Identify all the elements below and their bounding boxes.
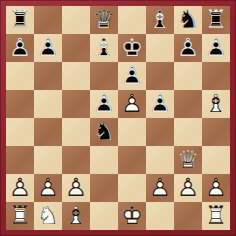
square-c7[interactable] — [62, 34, 90, 62]
square-b2[interactable]: ♟♙ — [34, 174, 62, 202]
square-d5[interactable]: ♟♙ — [90, 90, 118, 118]
bishop-glyph-outline: ♗ — [202, 90, 230, 118]
square-b7[interactable]: ♟♙ — [34, 34, 62, 62]
rook-glyph-outline: ♖ — [202, 202, 230, 230]
pawn-glyph-outline: ♙ — [90, 90, 118, 118]
bishop-glyph-outline: ♗ — [146, 6, 174, 34]
square-c2[interactable]: ♟♙ — [62, 174, 90, 202]
piece-black-rook-a8[interactable]: ♜♖ — [6, 6, 34, 34]
square-h1[interactable]: ♜♖ — [202, 202, 230, 230]
piece-black-pawn-e6[interactable]: ♟♙ — [118, 62, 146, 90]
rook-glyph-outline: ♖ — [202, 6, 230, 34]
pawn-glyph-outline: ♙ — [174, 34, 202, 62]
square-e1[interactable]: ♚♔ — [118, 202, 146, 230]
piece-white-pawn-a2[interactable]: ♟♙ — [6, 174, 34, 202]
chess-board-frame: ♜♖♛♕♝♗♞♘♜♖♟♙♟♙♝♗♚♔♟♙♟♙♟♙♟♙♟♙♟♙♝♗♞♘♛♕♟♙♟♙… — [0, 0, 236, 236]
piece-white-pawn-g2[interactable]: ♟♙ — [174, 174, 202, 202]
square-h7[interactable]: ♟♙ — [202, 34, 230, 62]
square-b8[interactable] — [34, 6, 62, 34]
piece-black-pawn-a7[interactable]: ♟♙ — [6, 34, 34, 62]
pawn-glyph-outline: ♙ — [118, 62, 146, 90]
piece-white-queen-g3[interactable]: ♛♕ — [174, 146, 202, 174]
piece-white-rook-h1[interactable]: ♜♖ — [202, 202, 230, 230]
piece-white-rook-a1[interactable]: ♜♖ — [6, 202, 34, 230]
square-b1[interactable]: ♞♘ — [34, 202, 62, 230]
square-d6[interactable] — [90, 62, 118, 90]
chess-board: ♜♖♛♕♝♗♞♘♜♖♟♙♟♙♝♗♚♔♟♙♟♙♟♙♟♙♟♙♟♙♝♗♞♘♛♕♟♙♟♙… — [6, 6, 230, 230]
piece-black-knight-g8[interactable]: ♞♘ — [174, 6, 202, 34]
piece-black-knight-d4[interactable]: ♞♘ — [90, 118, 118, 146]
square-a1[interactable]: ♜♖ — [6, 202, 34, 230]
square-a2[interactable]: ♟♙ — [6, 174, 34, 202]
pawn-glyph-outline: ♙ — [62, 174, 90, 202]
knight-glyph-outline: ♘ — [90, 118, 118, 146]
piece-white-bishop-h5[interactable]: ♝♗ — [202, 90, 230, 118]
king-glyph-outline: ♔ — [118, 34, 146, 62]
pawn-glyph-outline: ♙ — [6, 174, 34, 202]
square-h2[interactable]: ♟♙ — [202, 174, 230, 202]
square-h5[interactable]: ♝♗ — [202, 90, 230, 118]
square-f1[interactable] — [146, 202, 174, 230]
pawn-glyph-outline: ♙ — [34, 34, 62, 62]
square-e5[interactable]: ♟♙ — [118, 90, 146, 118]
square-e6[interactable]: ♟♙ — [118, 62, 146, 90]
piece-white-king-e1[interactable]: ♚♔ — [118, 202, 146, 230]
square-a4[interactable] — [6, 118, 34, 146]
square-g8[interactable]: ♞♘ — [174, 6, 202, 34]
piece-white-pawn-f2[interactable]: ♟♙ — [146, 174, 174, 202]
square-d8[interactable]: ♛♕ — [90, 6, 118, 34]
pawn-glyph-outline: ♙ — [174, 174, 202, 202]
square-d7[interactable]: ♝♗ — [90, 34, 118, 62]
square-d2[interactable] — [90, 174, 118, 202]
square-d1[interactable] — [90, 202, 118, 230]
square-b6[interactable] — [34, 62, 62, 90]
pawn-glyph-outline: ♙ — [146, 174, 174, 202]
square-c5[interactable] — [62, 90, 90, 118]
knight-glyph-outline: ♘ — [34, 202, 62, 230]
square-c8[interactable] — [62, 6, 90, 34]
rook-glyph-outline: ♖ — [6, 202, 34, 230]
square-c3[interactable] — [62, 146, 90, 174]
pawn-glyph-outline: ♙ — [6, 34, 34, 62]
queen-glyph-outline: ♕ — [174, 146, 202, 174]
square-f3[interactable] — [146, 146, 174, 174]
piece-white-pawn-h2[interactable]: ♟♙ — [202, 174, 230, 202]
pawn-glyph-outline: ♙ — [202, 34, 230, 62]
square-f6[interactable] — [146, 62, 174, 90]
piece-black-rook-h8[interactable]: ♜♖ — [202, 6, 230, 34]
piece-white-knight-b1[interactable]: ♞♘ — [34, 202, 62, 230]
square-f7[interactable] — [146, 34, 174, 62]
square-g1[interactable] — [174, 202, 202, 230]
square-d4[interactable]: ♞♘ — [90, 118, 118, 146]
square-f8[interactable]: ♝♗ — [146, 6, 174, 34]
piece-black-queen-d8[interactable]: ♛♕ — [90, 6, 118, 34]
square-e7[interactable]: ♚♔ — [118, 34, 146, 62]
square-b5[interactable] — [34, 90, 62, 118]
square-g7[interactable]: ♟♙ — [174, 34, 202, 62]
square-a3[interactable] — [6, 146, 34, 174]
square-h4[interactable] — [202, 118, 230, 146]
square-e4[interactable] — [118, 118, 146, 146]
queen-glyph-outline: ♕ — [90, 6, 118, 34]
square-e2[interactable] — [118, 174, 146, 202]
square-g5[interactable] — [174, 90, 202, 118]
square-c1[interactable]: ♝♗ — [62, 202, 90, 230]
piece-white-pawn-c2[interactable]: ♟♙ — [62, 174, 90, 202]
piece-white-pawn-e5[interactable]: ♟♙ — [118, 90, 146, 118]
square-f4[interactable] — [146, 118, 174, 146]
square-a7[interactable]: ♟♙ — [6, 34, 34, 62]
square-g6[interactable] — [174, 62, 202, 90]
square-a8[interactable]: ♜♖ — [6, 6, 34, 34]
square-h8[interactable]: ♜♖ — [202, 6, 230, 34]
rook-glyph-outline: ♖ — [6, 6, 34, 34]
square-h6[interactable] — [202, 62, 230, 90]
piece-black-bishop-d7[interactable]: ♝♗ — [90, 34, 118, 62]
square-c6[interactable] — [62, 62, 90, 90]
square-c4[interactable] — [62, 118, 90, 146]
bishop-glyph-outline: ♗ — [90, 34, 118, 62]
square-b4[interactable] — [34, 118, 62, 146]
square-b3[interactable] — [34, 146, 62, 174]
pawn-glyph-outline: ♙ — [118, 90, 146, 118]
square-g4[interactable] — [174, 118, 202, 146]
square-h3[interactable] — [202, 146, 230, 174]
knight-glyph-outline: ♘ — [174, 6, 202, 34]
piece-black-pawn-f5[interactable]: ♟♙ — [146, 90, 174, 118]
piece-black-pawn-h7[interactable]: ♟♙ — [202, 34, 230, 62]
square-a6[interactable] — [6, 62, 34, 90]
pawn-glyph-outline: ♙ — [202, 174, 230, 202]
pawn-glyph-outline: ♙ — [146, 90, 174, 118]
piece-black-bishop-f8[interactable]: ♝♗ — [146, 6, 174, 34]
piece-black-king-e7[interactable]: ♚♔ — [118, 34, 146, 62]
piece-black-pawn-g7[interactable]: ♟♙ — [174, 34, 202, 62]
square-d3[interactable] — [90, 146, 118, 174]
bishop-glyph-outline: ♗ — [62, 202, 90, 230]
square-a5[interactable] — [6, 90, 34, 118]
pawn-glyph-outline: ♙ — [34, 174, 62, 202]
square-e8[interactable] — [118, 6, 146, 34]
piece-white-pawn-b2[interactable]: ♟♙ — [34, 174, 62, 202]
square-e3[interactable] — [118, 146, 146, 174]
piece-black-pawn-d5[interactable]: ♟♙ — [90, 90, 118, 118]
square-f2[interactable]: ♟♙ — [146, 174, 174, 202]
square-g2[interactable]: ♟♙ — [174, 174, 202, 202]
square-f5[interactable]: ♟♙ — [146, 90, 174, 118]
piece-black-pawn-b7[interactable]: ♟♙ — [34, 34, 62, 62]
piece-white-bishop-c1[interactable]: ♝♗ — [62, 202, 90, 230]
king-glyph-outline: ♔ — [118, 202, 146, 230]
square-g3[interactable]: ♛♕ — [174, 146, 202, 174]
